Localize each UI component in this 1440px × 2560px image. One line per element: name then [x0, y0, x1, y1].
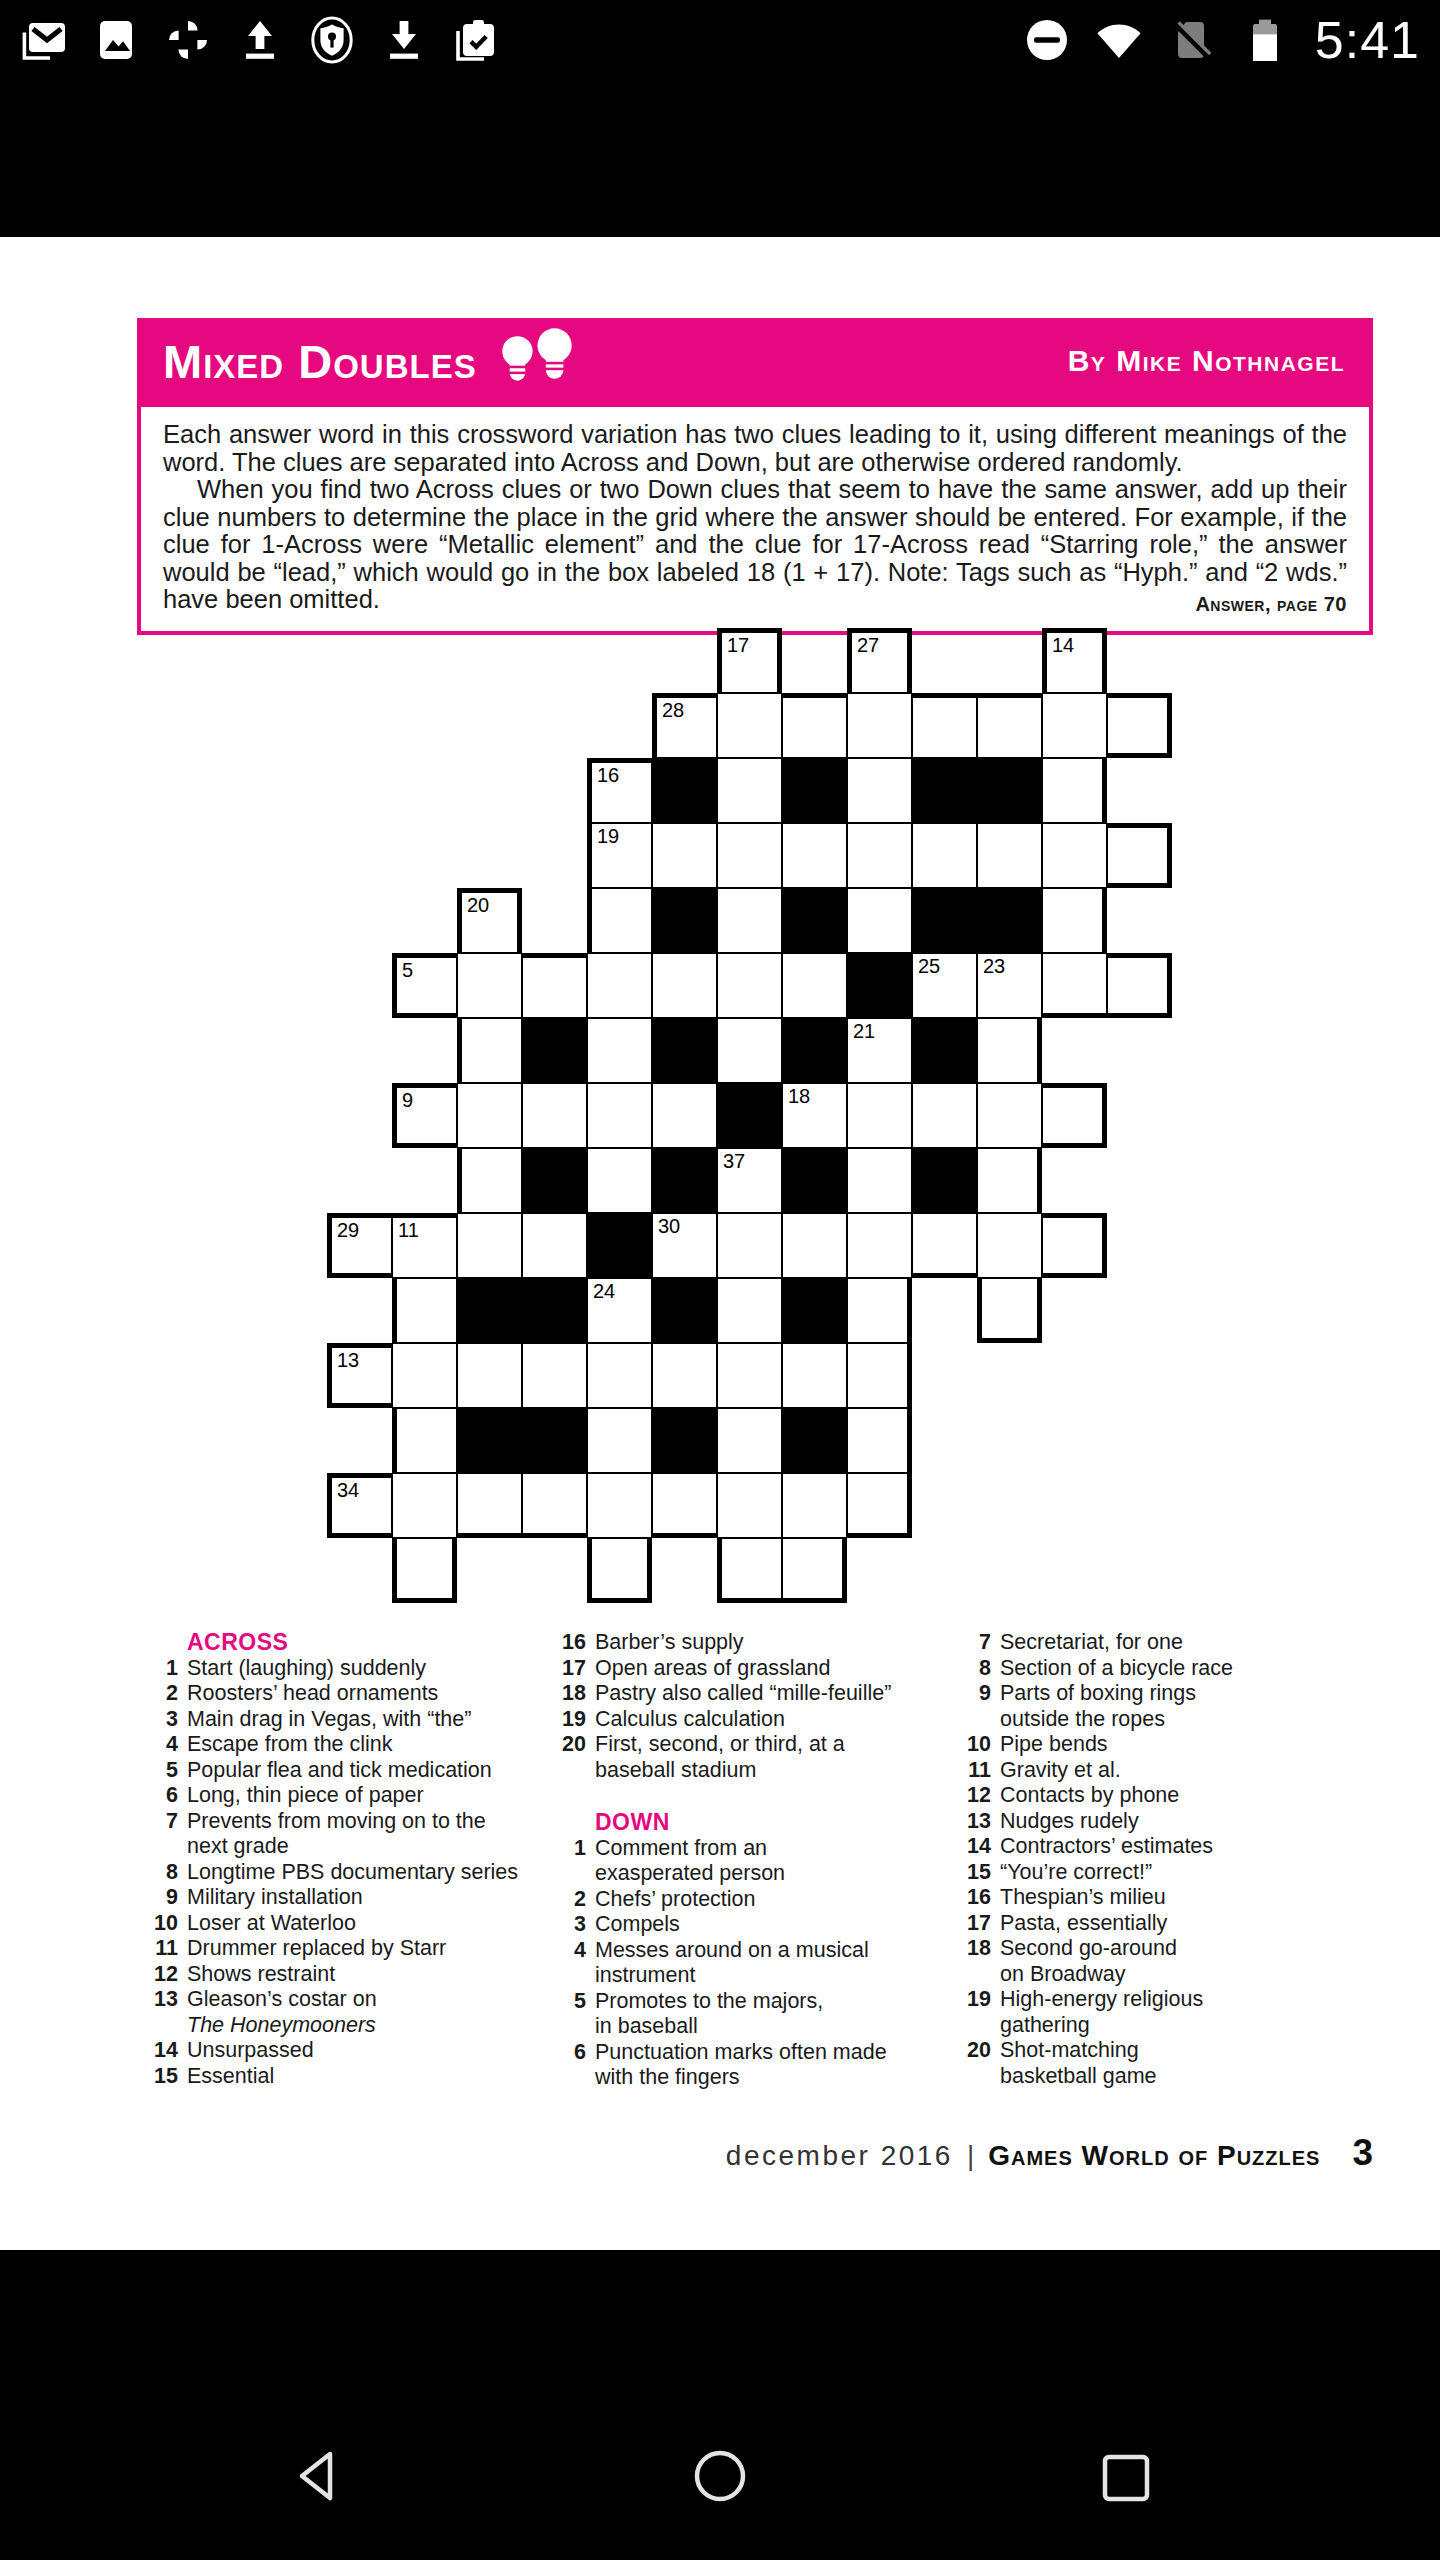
clue-number: 19	[552, 1707, 586, 1733]
clue-down-13: 13Nudges rudely	[957, 1809, 1387, 1835]
clue-number: 11	[957, 1758, 991, 1784]
clue-text: Start (laughing) suddenly	[187, 1656, 426, 1682]
clue-text: Military installation	[187, 1885, 363, 1911]
clue-across-6: 6Long, thin piece of paper	[144, 1783, 549, 1809]
black-cell-12-7	[782, 1408, 847, 1473]
clue-text: Section of a bicycle race	[1000, 1656, 1233, 1682]
clue-text: Comment from anexasperated person	[595, 1836, 785, 1887]
cell-number: 24	[593, 1280, 615, 1302]
clue-across-1: 1Start (laughing) suddenly	[144, 1656, 549, 1682]
cell-9-1: 11	[392, 1213, 457, 1278]
cell-5-7	[782, 953, 847, 1018]
clue-text: Nudges rudely	[1000, 1809, 1139, 1835]
clue-column-middle: 16Barber’s supply17Open areas of grassla…	[552, 1630, 957, 2091]
clue-across-7: 7Prevents from moving on to thenext grad…	[144, 1809, 549, 1860]
clue-number: 15	[144, 2064, 178, 2090]
clue-down-16: 16Thespian’s milieu	[957, 1885, 1387, 1911]
black-cell-7-6	[717, 1083, 782, 1148]
cell-3-6	[717, 823, 782, 888]
clue-number: 16	[552, 1630, 586, 1656]
cell-13-8	[847, 1473, 912, 1538]
clue-number: 19	[957, 1987, 991, 2038]
clue-across-20: 20First, second, or third, at abaseball …	[552, 1732, 957, 1783]
cell-1-6	[717, 693, 782, 758]
cell-number: 16	[597, 764, 619, 786]
clue-number: 8	[957, 1656, 991, 1682]
cell-2-8	[847, 758, 912, 823]
recents-button[interactable]	[1098, 2450, 1154, 2506]
clue-across-15: 15Essential	[144, 2064, 549, 2090]
clue-text: Gleason’s costar onThe Honeymooners	[187, 1987, 377, 2038]
clue-across-9: 9Military installation	[144, 1885, 549, 1911]
no-sim-icon	[1167, 16, 1215, 64]
do-not-disturb-icon	[1023, 16, 1071, 64]
cell-7-2	[457, 1083, 522, 1148]
clue-down-1: 1Comment from anexasperated person	[552, 1836, 957, 1887]
clue-text: First, second, or third, at abaseball st…	[595, 1732, 845, 1783]
clue-number: 10	[144, 1911, 178, 1937]
cell-number: 21	[853, 1020, 875, 1042]
clue-column-down: 7Secretariat, for one8Section of a bicyc…	[957, 1630, 1387, 2089]
clue-text: Pasta, essentially	[1000, 1911, 1167, 1937]
cell-3-9	[912, 823, 977, 888]
clue-number: 11	[144, 1936, 178, 1962]
cell-13-0: 34	[327, 1473, 392, 1538]
cell-13-2	[457, 1473, 522, 1538]
clue-down-12: 12Contacts by phone	[957, 1783, 1387, 1809]
lightbulbs-icon	[493, 322, 581, 400]
cell-14-1	[392, 1538, 457, 1603]
clue-down-17: 17Pasta, essentially	[957, 1911, 1387, 1937]
battery-icon	[1239, 16, 1287, 64]
cell-3-4: 19	[587, 823, 652, 888]
black-cell-12-3	[522, 1408, 587, 1473]
cell-4-2: 20	[457, 888, 522, 953]
gmail-icon	[20, 16, 68, 64]
black-cell-2-5	[652, 758, 717, 823]
cell-1-12	[1107, 693, 1172, 758]
black-cell-2-7	[782, 758, 847, 823]
clue-down-15: 15“You’re correct!”	[957, 1860, 1387, 1886]
black-cell-8-5	[652, 1148, 717, 1213]
cell-12-8	[847, 1408, 912, 1473]
across-header: ACROSS	[144, 1630, 549, 1656]
black-cell-9-4	[587, 1213, 652, 1278]
clue-down-20: 20Shot-matchingbasketball game	[957, 2038, 1387, 2089]
cell-number: 27	[857, 634, 879, 656]
cell-11-2	[457, 1343, 522, 1408]
clue-number: 1	[552, 1836, 586, 1887]
cell-9-11	[1042, 1213, 1107, 1278]
clue-across-4: 4Escape from the clink	[144, 1732, 549, 1758]
clue-number: 7	[144, 1809, 178, 1860]
clue-across-17: 17Open areas of grassland	[552, 1656, 957, 1682]
cell-4-6	[717, 888, 782, 953]
cell-0-11: 14	[1042, 628, 1107, 693]
clue-number: 8	[144, 1860, 178, 1886]
gallery-icon	[92, 16, 140, 64]
clue-number: 17	[552, 1656, 586, 1682]
cell-9-8	[847, 1213, 912, 1278]
clue-text: Compels	[595, 1912, 680, 1938]
clue-text: Loser at Waterloo	[187, 1911, 356, 1937]
clue-text: Open areas of grassland	[595, 1656, 830, 1682]
cell-number: 11	[398, 1219, 419, 1241]
clue-text: Parts of boxing ringsoutside the ropes	[1000, 1681, 1196, 1732]
cell-9-2	[457, 1213, 522, 1278]
clock: 5:41	[1315, 10, 1420, 70]
page-footer: december 2016 | Games World of Puzzles 3	[726, 2132, 1373, 2174]
page-number: 3	[1352, 2132, 1373, 2174]
clue-number: 7	[957, 1630, 991, 1656]
clue-number: 12	[144, 1962, 178, 1988]
clue-across-19: 19Calculus calculation	[552, 1707, 957, 1733]
cell-number: 14	[1052, 634, 1074, 656]
black-cell-6-7	[782, 1018, 847, 1083]
cell-2-6	[717, 758, 782, 823]
clue-text: High-energy religiousgathering	[1000, 1987, 1203, 2038]
cell-number: 13	[337, 1349, 359, 1371]
cell-13-1	[392, 1473, 457, 1538]
cell-6-6	[717, 1018, 782, 1083]
clue-number: 20	[552, 1732, 586, 1783]
cell-number: 9	[402, 1089, 413, 1111]
instructions-paragraph-1: Each answer word in this crossword varia…	[163, 421, 1347, 476]
clue-down-19: 19High-energy religiousgathering	[957, 1987, 1387, 2038]
clue-number: 3	[552, 1912, 586, 1938]
cell-4-4	[587, 888, 652, 953]
cell-5-11	[1042, 953, 1107, 1018]
cell-3-8	[847, 823, 912, 888]
clue-number: 13	[144, 1987, 178, 2038]
cell-12-1	[392, 1408, 457, 1473]
cell-7-7: 18	[782, 1083, 847, 1148]
black-cell-10-7	[782, 1278, 847, 1343]
cell-7-11	[1042, 1083, 1107, 1148]
cell-5-4	[587, 953, 652, 1018]
clue-text: Escape from the clink	[187, 1732, 393, 1758]
clue-number: 4	[144, 1732, 178, 1758]
clue-down-5: 5Promotes to the majors,in baseball	[552, 1989, 957, 2040]
clue-down-4: 4Messes around on a musicalinstrument	[552, 1938, 957, 1989]
clue-number: 2	[552, 1887, 586, 1913]
clue-text: Chefs’ protection	[595, 1887, 756, 1913]
crossword-grid: 17271428161920525232191837291130241334	[327, 628, 1172, 1603]
clue-text: Essential	[187, 2064, 274, 2090]
cell-12-4	[587, 1408, 652, 1473]
clue-text: Pipe bends	[1000, 1732, 1108, 1758]
cell-5-1: 5	[392, 953, 457, 1018]
clue-across-8: 8Longtime PBS documentary series	[144, 1860, 549, 1886]
black-cell-5-8	[847, 953, 912, 1018]
clue-down-8: 8Section of a bicycle race	[957, 1656, 1387, 1682]
cell-9-7	[782, 1213, 847, 1278]
clue-number: 12	[957, 1783, 991, 1809]
clue-number: 5	[144, 1758, 178, 1784]
cell-10-1	[392, 1278, 457, 1343]
clue-number: 18	[552, 1681, 586, 1707]
instructions-paragraph-2: When you find two Across clues or two Do…	[163, 476, 1347, 614]
black-cell-4-10	[977, 888, 1042, 953]
cell-1-11	[1042, 693, 1107, 758]
notification-icons	[20, 16, 500, 64]
cell-9-10	[977, 1213, 1042, 1278]
cell-3-5	[652, 823, 717, 888]
clue-text: Shot-matchingbasketball game	[1000, 2038, 1157, 2089]
cell-9-3	[522, 1213, 587, 1278]
clue-across-12: 12Shows restraint	[144, 1962, 549, 1988]
cell-8-10	[977, 1148, 1042, 1213]
cell-1-10	[977, 693, 1042, 758]
clue-down-2: 2Chefs’ protection	[552, 1887, 957, 1913]
back-button[interactable]	[290, 2448, 346, 2504]
clue-across-5: 5Popular flea and tick medication	[144, 1758, 549, 1784]
cell-3-12	[1107, 823, 1172, 888]
clue-text: Shows restraint	[187, 1962, 335, 1988]
cell-10-6	[717, 1278, 782, 1343]
cell-5-12	[1107, 953, 1172, 1018]
clue-across-18: 18Pastry also called “mille-feuille”	[552, 1681, 957, 1707]
cell-1-9	[912, 693, 977, 758]
clue-text: Longtime PBS documentary series	[187, 1860, 518, 1886]
cell-2-4: 16	[587, 758, 652, 823]
clue-number: 14	[144, 2038, 178, 2064]
clue-across-11: 11Drummer replaced by Starr	[144, 1936, 549, 1962]
cell-3-10	[977, 823, 1042, 888]
puzzle-header: Mixed Doubles	[137, 318, 1373, 404]
cell-7-1: 9	[392, 1083, 457, 1148]
google-photos-icon	[164, 16, 212, 64]
cell-10-10	[977, 1278, 1042, 1343]
clue-across-10: 10Loser at Waterloo	[144, 1911, 549, 1937]
cell-11-3	[522, 1343, 587, 1408]
magazine-page: Mixed Doubles	[0, 237, 1440, 2250]
clue-down-18: 18Second go-aroundon Broadway	[957, 1936, 1387, 1987]
cell-7-9	[912, 1083, 977, 1148]
clue-number: 9	[144, 1885, 178, 1911]
black-cell-6-3	[522, 1018, 587, 1083]
clue-text: Pastry also called “mille-feuille”	[595, 1681, 891, 1707]
cell-11-6	[717, 1343, 782, 1408]
cell-10-8	[847, 1278, 912, 1343]
clue-down-9: 9Parts of boxing ringsoutside the ropes	[957, 1681, 1387, 1732]
system-status-icons: 5:41	[1023, 10, 1420, 70]
cell-1-7	[782, 693, 847, 758]
clue-text: Contacts by phone	[1000, 1783, 1179, 1809]
cell-5-6	[717, 953, 782, 1018]
black-cell-10-5	[652, 1278, 717, 1343]
cell-13-7	[782, 1473, 847, 1538]
clue-number: 17	[957, 1911, 991, 1937]
cell-7-10	[977, 1083, 1042, 1148]
clue-down-14: 14Contractors’ estimates	[957, 1834, 1387, 1860]
clue-across-2: 2Roosters’ head ornaments	[144, 1681, 549, 1707]
black-cell-12-2	[457, 1408, 522, 1473]
clue-number: 6	[552, 2040, 586, 2091]
cell-11-0: 13	[327, 1343, 392, 1408]
clue-text: Main drag in Vegas, with “the”	[187, 1707, 471, 1733]
cell-number: 17	[727, 634, 749, 656]
black-cell-4-5	[652, 888, 717, 953]
cell-4-11	[1042, 888, 1107, 953]
black-cell-6-9	[912, 1018, 977, 1083]
clue-down-6: 6Punctuation marks often madewith the fi…	[552, 2040, 957, 2091]
clue-text: Long, thin piece of paper	[187, 1783, 424, 1809]
download-icon	[380, 16, 428, 64]
clue-text: Calculus calculation	[595, 1707, 785, 1733]
cell-9-6	[717, 1213, 782, 1278]
clue-text: Messes around on a musicalinstrument	[595, 1938, 869, 1989]
cell-5-5	[652, 953, 717, 1018]
spacer	[552, 1783, 957, 1810]
clue-across-14: 14Unsurpassed	[144, 2038, 549, 2064]
clue-number: 2	[144, 1681, 178, 1707]
clue-down-10: 10Pipe bends	[957, 1732, 1387, 1758]
footer-separator: |	[967, 2140, 974, 2172]
cell-number: 30	[658, 1215, 680, 1237]
cell-14-6	[717, 1538, 782, 1603]
home-button[interactable]	[692, 2448, 748, 2504]
clue-text: Second go-aroundon Broadway	[1000, 1936, 1177, 1987]
black-cell-4-9	[912, 888, 977, 953]
clue-number: 6	[144, 1783, 178, 1809]
clue-number: 13	[957, 1809, 991, 1835]
clue-across-16: 16Barber’s supply	[552, 1630, 957, 1656]
cell-12-6	[717, 1408, 782, 1473]
clue-number: 10	[957, 1732, 991, 1758]
cell-13-3	[522, 1473, 587, 1538]
clue-number: 4	[552, 1938, 586, 1989]
instructions-box: Each answer word in this crossword varia…	[137, 403, 1373, 635]
cell-6-10	[977, 1018, 1042, 1083]
cell-5-3	[522, 953, 587, 1018]
cell-3-7	[782, 823, 847, 888]
clue-text: Popular flea and tick medication	[187, 1758, 492, 1784]
cell-3-11	[1042, 823, 1107, 888]
clue-down-3: 3Compels	[552, 1912, 957, 1938]
clue-down-7: 7Secretariat, for one	[957, 1630, 1387, 1656]
cell-0-6: 17	[717, 628, 782, 693]
clue-column-across: ACROSS1Start (laughing) suddenly2Rooster…	[144, 1630, 549, 2089]
cell-number: 20	[467, 894, 489, 916]
cell-10-4: 24	[587, 1278, 652, 1343]
clue-text: Secretariat, for one	[1000, 1630, 1183, 1656]
clue-number: 20	[957, 2038, 991, 2089]
clue-number: 16	[957, 1885, 991, 1911]
cell-11-4	[587, 1343, 652, 1408]
cell-8-2	[457, 1148, 522, 1213]
cell-11-5	[652, 1343, 717, 1408]
cell-11-7	[782, 1343, 847, 1408]
cell-1-8	[847, 693, 912, 758]
issue-date: december 2016	[726, 2140, 953, 2172]
upload-icon	[236, 16, 284, 64]
cell-14-7	[782, 1538, 847, 1603]
black-cell-10-3	[522, 1278, 587, 1343]
cell-number: 25	[918, 955, 940, 977]
clue-text: “You’re correct!”	[1000, 1860, 1152, 1886]
answer-page-note: Answer, page 70	[1195, 591, 1347, 619]
cell-6-2	[457, 1018, 522, 1083]
cell-4-8	[847, 888, 912, 953]
cell-number: 5	[402, 959, 413, 981]
cell-7-4	[587, 1083, 652, 1148]
black-cell-6-5	[652, 1018, 717, 1083]
cell-number: 18	[788, 1085, 810, 1107]
clue-number: 15	[957, 1860, 991, 1886]
cell-8-6: 37	[717, 1148, 782, 1213]
clue-number: 9	[957, 1681, 991, 1732]
black-cell-8-9	[912, 1148, 977, 1213]
shield-key-icon	[308, 16, 356, 64]
clue-across-13: 13Gleason’s costar onThe Honeymooners	[144, 1987, 549, 2038]
wifi-icon	[1095, 16, 1143, 64]
magazine-name: Games World of Puzzles	[988, 2140, 1320, 2172]
black-cell-10-2	[457, 1278, 522, 1343]
black-cell-2-9	[912, 758, 977, 823]
cell-13-6	[717, 1473, 782, 1538]
clue-number: 14	[957, 1834, 991, 1860]
clue-down-11: 11Gravity et al.	[957, 1758, 1387, 1784]
cell-6-4	[587, 1018, 652, 1083]
cell-number: 37	[723, 1150, 745, 1172]
cell-14-4	[587, 1538, 652, 1603]
cell-5-2	[457, 953, 522, 1018]
cell-9-0: 29	[327, 1213, 392, 1278]
cell-8-8	[847, 1148, 912, 1213]
clue-text: Roosters’ head ornaments	[187, 1681, 438, 1707]
cell-8-4	[587, 1148, 652, 1213]
cell-2-11	[1042, 758, 1107, 823]
down-header: DOWN	[552, 1810, 957, 1836]
clipboard-check-icon	[452, 16, 500, 64]
cell-0-8: 27	[847, 628, 912, 693]
clue-text: Promotes to the majors,in baseball	[595, 1989, 823, 2040]
cell-11-8	[847, 1343, 912, 1408]
cell-number: 34	[337, 1479, 359, 1501]
black-cell-12-5	[652, 1408, 717, 1473]
cell-number: 28	[662, 699, 684, 721]
cell-9-9	[912, 1213, 977, 1278]
clue-text: Thespian’s milieu	[1000, 1885, 1166, 1911]
black-cell-8-7	[782, 1148, 847, 1213]
black-cell-8-3	[522, 1148, 587, 1213]
clue-text: Prevents from moving on to thenext grade	[187, 1809, 486, 1860]
cell-7-5	[652, 1083, 717, 1148]
clue-number: 5	[552, 1989, 586, 2040]
clue-text: Drummer replaced by Starr	[187, 1936, 446, 1962]
clue-number: 3	[144, 1707, 178, 1733]
clue-text: Unsurpassed	[187, 2038, 314, 2064]
puzzle-title: Mixed Doubles	[163, 334, 477, 389]
black-cell-4-7	[782, 888, 847, 953]
clue-text: Punctuation marks often madewith the fin…	[595, 2040, 887, 2091]
cell-1-5: 28	[652, 693, 717, 758]
navigation-bar	[0, 2250, 1440, 2560]
byline: By Mike Nothnagel	[1068, 344, 1345, 378]
black-cell-2-10	[977, 758, 1042, 823]
cell-6-8: 21	[847, 1018, 912, 1083]
cell-5-9: 25	[912, 953, 977, 1018]
cell-number: 19	[597, 825, 619, 847]
cell-5-10: 23	[977, 953, 1042, 1018]
cell-9-5: 30	[652, 1213, 717, 1278]
cell-number: 23	[983, 955, 1005, 977]
android-screen: 5:41 Mixed Doubles	[0, 0, 1440, 2560]
clue-text: Barber’s supply	[595, 1630, 744, 1656]
clue-text: Gravity et al.	[1000, 1758, 1121, 1784]
clue-text: Contractors’ estimates	[1000, 1834, 1213, 1860]
